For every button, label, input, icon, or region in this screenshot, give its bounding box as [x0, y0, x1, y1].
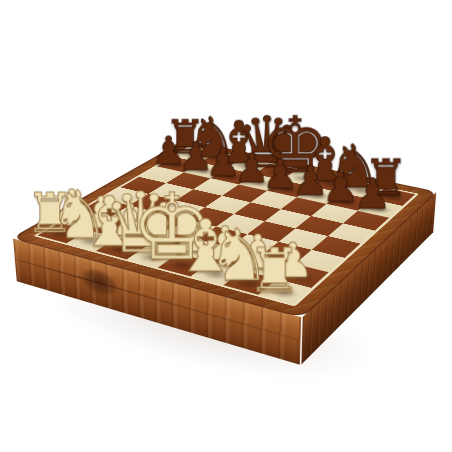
- square-h1[interactable]: ♜: [258, 279, 312, 304]
- folding-chess-box: ♜♞♝♛♚♝♞♜♟♟♟♟♟♟♟♟♟♟♟♟♟♟♟♟♜♞♝♛♚♝♞♜: [11, 140, 438, 318]
- square-h7[interactable]: ♟: [357, 199, 402, 218]
- piece-black-pawn[interactable]: ♟: [325, 173, 420, 215]
- piece-white-rook[interactable]: ♜: [219, 240, 330, 301]
- product-photo: ♜♞♝♛♚♝♞♜♟♟♟♟♟♟♟♟♟♟♟♟♟♟♟♟♜♞♝♛♚♝♞♜: [0, 0, 452, 452]
